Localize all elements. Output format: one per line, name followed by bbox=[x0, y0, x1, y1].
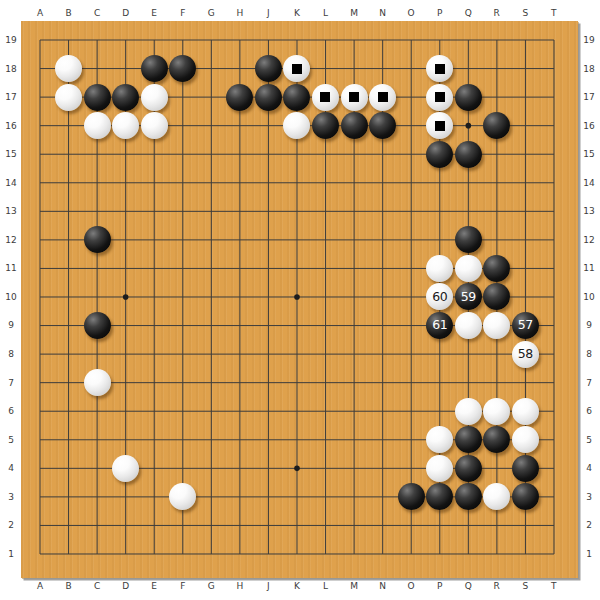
col-label-m: M bbox=[340, 579, 369, 593]
row-label-17: 17 bbox=[3, 83, 19, 112]
white-stone-p18 bbox=[426, 55, 453, 82]
col-label-t: T bbox=[540, 6, 569, 20]
row-labels-right: 19181716151413121110987654321 bbox=[581, 26, 597, 569]
white-stone-c16 bbox=[84, 112, 111, 139]
black-stone-s9: 57 bbox=[512, 312, 539, 339]
col-label-e: E bbox=[140, 579, 169, 593]
go-board[interactable]: 6059615758 bbox=[21, 21, 578, 578]
black-stone-e18 bbox=[141, 55, 168, 82]
col-label-m: M bbox=[340, 6, 369, 20]
black-stone-j17 bbox=[255, 84, 282, 111]
row-label-1: 1 bbox=[581, 540, 597, 569]
col-label-b: B bbox=[54, 6, 83, 20]
white-stone-m17 bbox=[341, 84, 368, 111]
black-stone-c17 bbox=[84, 84, 111, 111]
white-stone-r9 bbox=[483, 312, 510, 339]
col-label-n: N bbox=[368, 579, 397, 593]
col-label-p: P bbox=[425, 6, 454, 20]
row-label-10: 10 bbox=[581, 283, 597, 312]
black-stone-l16 bbox=[312, 112, 339, 139]
black-stone-q3 bbox=[455, 483, 482, 510]
col-label-g: G bbox=[197, 6, 226, 20]
black-stone-q15 bbox=[455, 141, 482, 168]
col-label-a: A bbox=[26, 6, 55, 20]
row-label-6: 6 bbox=[581, 397, 597, 426]
row-label-8: 8 bbox=[3, 340, 19, 369]
row-label-18: 18 bbox=[581, 54, 597, 83]
col-label-q: Q bbox=[454, 6, 483, 20]
col-label-p: P bbox=[425, 579, 454, 593]
square-mark-icon bbox=[320, 92, 330, 102]
black-stone-n16 bbox=[369, 112, 396, 139]
row-label-19: 19 bbox=[3, 26, 19, 55]
black-stone-k17 bbox=[283, 84, 310, 111]
white-stone-p4 bbox=[426, 455, 453, 482]
white-stone-s5 bbox=[512, 426, 539, 453]
black-stone-s3 bbox=[512, 483, 539, 510]
black-stone-p3 bbox=[426, 483, 453, 510]
square-mark-icon bbox=[435, 121, 445, 131]
col-label-s: S bbox=[511, 579, 540, 593]
black-stone-f18 bbox=[169, 55, 196, 82]
row-label-13: 13 bbox=[581, 197, 597, 226]
white-stone-f3 bbox=[169, 483, 196, 510]
white-stone-n17 bbox=[369, 84, 396, 111]
row-label-11: 11 bbox=[581, 254, 597, 283]
black-stone-r5 bbox=[483, 426, 510, 453]
row-label-7: 7 bbox=[3, 368, 19, 397]
move-number-label: 59 bbox=[461, 291, 476, 304]
col-label-l: L bbox=[311, 6, 340, 20]
col-label-h: H bbox=[226, 579, 255, 593]
row-labels-left: 19181716151413121110987654321 bbox=[3, 26, 19, 569]
white-stone-q9 bbox=[455, 312, 482, 339]
col-label-t: T bbox=[540, 579, 569, 593]
move-number-label: 61 bbox=[432, 319, 447, 332]
row-label-15: 15 bbox=[581, 140, 597, 169]
col-label-q: Q bbox=[454, 579, 483, 593]
row-label-10: 10 bbox=[3, 283, 19, 312]
col-label-s: S bbox=[511, 6, 540, 20]
white-stone-q11 bbox=[455, 255, 482, 282]
black-stone-h17 bbox=[226, 84, 253, 111]
white-stone-s6 bbox=[512, 398, 539, 425]
white-stone-k18 bbox=[283, 55, 310, 82]
row-label-7: 7 bbox=[581, 368, 597, 397]
square-mark-icon bbox=[435, 64, 445, 74]
square-mark-icon bbox=[435, 92, 445, 102]
col-label-e: E bbox=[140, 6, 169, 20]
white-stone-p17 bbox=[426, 84, 453, 111]
go-diagram: ABCDEFGHJKLMNOPQRST 19181716151413121110… bbox=[0, 0, 600, 600]
col-label-n: N bbox=[368, 6, 397, 20]
col-label-f: F bbox=[168, 579, 197, 593]
row-label-3: 3 bbox=[3, 482, 19, 511]
black-stone-s4 bbox=[512, 455, 539, 482]
white-stone-d16 bbox=[112, 112, 139, 139]
col-label-l: L bbox=[311, 579, 340, 593]
col-label-o: O bbox=[397, 579, 426, 593]
row-label-13: 13 bbox=[3, 197, 19, 226]
col-label-k: K bbox=[283, 579, 312, 593]
white-stone-e16 bbox=[141, 112, 168, 139]
row-label-8: 8 bbox=[581, 340, 597, 369]
square-mark-icon bbox=[292, 64, 302, 74]
column-labels-top: ABCDEFGHJKLMNOPQRST bbox=[26, 6, 569, 20]
white-stone-l17 bbox=[312, 84, 339, 111]
black-stone-q5 bbox=[455, 426, 482, 453]
row-label-14: 14 bbox=[581, 168, 597, 197]
row-label-19: 19 bbox=[581, 26, 597, 55]
black-stone-r16 bbox=[483, 112, 510, 139]
col-label-d: D bbox=[111, 6, 140, 20]
col-label-f: F bbox=[168, 6, 197, 20]
square-mark-icon bbox=[378, 92, 388, 102]
row-label-1: 1 bbox=[3, 540, 19, 569]
white-stone-r3 bbox=[483, 483, 510, 510]
row-label-5: 5 bbox=[3, 425, 19, 454]
black-stone-r11 bbox=[483, 255, 510, 282]
black-stone-c12 bbox=[84, 226, 111, 253]
white-stone-c7 bbox=[84, 369, 111, 396]
white-stone-s8: 58 bbox=[512, 341, 539, 368]
row-label-16: 16 bbox=[581, 111, 597, 140]
row-label-12: 12 bbox=[3, 226, 19, 255]
col-label-k: K bbox=[283, 6, 312, 20]
row-label-12: 12 bbox=[581, 226, 597, 255]
col-label-c: C bbox=[83, 6, 112, 20]
move-number-label: 60 bbox=[432, 291, 447, 304]
col-label-o: O bbox=[397, 6, 426, 20]
row-label-17: 17 bbox=[581, 83, 597, 112]
row-label-6: 6 bbox=[3, 397, 19, 426]
black-stone-q10: 59 bbox=[455, 283, 482, 310]
white-stone-b18 bbox=[55, 55, 82, 82]
black-stone-p15 bbox=[426, 141, 453, 168]
black-stone-c9 bbox=[84, 312, 111, 339]
white-stone-p16 bbox=[426, 112, 453, 139]
row-label-4: 4 bbox=[581, 454, 597, 483]
col-label-j: J bbox=[254, 6, 283, 20]
black-stone-q17 bbox=[455, 84, 482, 111]
move-number-label: 58 bbox=[518, 348, 533, 361]
row-label-9: 9 bbox=[581, 311, 597, 340]
black-stone-p9: 61 bbox=[426, 312, 453, 339]
col-label-a: A bbox=[26, 579, 55, 593]
col-label-b: B bbox=[54, 579, 83, 593]
row-label-18: 18 bbox=[3, 54, 19, 83]
white-stone-k16 bbox=[283, 112, 310, 139]
white-stone-p10: 60 bbox=[426, 283, 453, 310]
move-number-label: 57 bbox=[518, 319, 533, 332]
row-label-4: 4 bbox=[3, 454, 19, 483]
white-stone-e17 bbox=[141, 84, 168, 111]
row-label-2: 2 bbox=[3, 511, 19, 540]
black-stone-d17 bbox=[112, 84, 139, 111]
square-mark-icon bbox=[349, 92, 359, 102]
col-label-r: R bbox=[482, 6, 511, 20]
col-label-j: J bbox=[254, 579, 283, 593]
row-label-15: 15 bbox=[3, 140, 19, 169]
row-label-2: 2 bbox=[581, 511, 597, 540]
row-label-5: 5 bbox=[581, 425, 597, 454]
white-stone-p11 bbox=[426, 255, 453, 282]
row-label-3: 3 bbox=[581, 482, 597, 511]
black-stone-q4 bbox=[455, 455, 482, 482]
col-label-d: D bbox=[111, 579, 140, 593]
white-stone-r6 bbox=[483, 398, 510, 425]
white-stone-p5 bbox=[426, 426, 453, 453]
black-stone-j18 bbox=[255, 55, 282, 82]
black-stone-m16 bbox=[341, 112, 368, 139]
col-label-c: C bbox=[83, 579, 112, 593]
column-labels-bottom: ABCDEFGHJKLMNOPQRST bbox=[26, 579, 569, 593]
black-stone-r10 bbox=[483, 283, 510, 310]
row-label-16: 16 bbox=[3, 111, 19, 140]
black-stone-o3 bbox=[398, 483, 425, 510]
col-label-r: R bbox=[482, 579, 511, 593]
white-stone-q6 bbox=[455, 398, 482, 425]
row-label-11: 11 bbox=[3, 254, 19, 283]
white-stone-d4 bbox=[112, 455, 139, 482]
row-label-9: 9 bbox=[3, 311, 19, 340]
white-stone-b17 bbox=[55, 84, 82, 111]
col-label-h: H bbox=[226, 6, 255, 20]
board-grid[interactable]: 6059615758 bbox=[26, 26, 568, 568]
col-label-g: G bbox=[197, 579, 226, 593]
row-label-14: 14 bbox=[3, 168, 19, 197]
black-stone-q12 bbox=[455, 226, 482, 253]
